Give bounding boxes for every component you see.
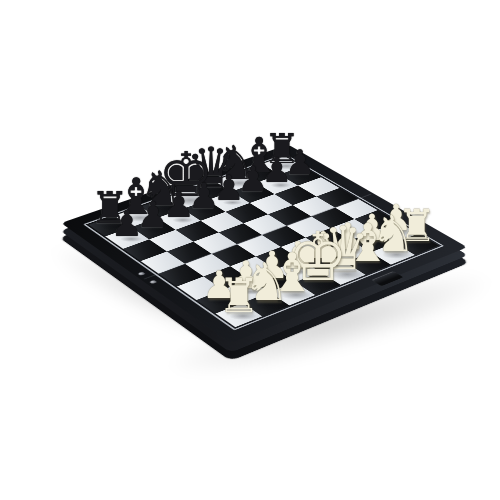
hinge-pin-icon bbox=[137, 272, 146, 276]
scene bbox=[0, 0, 500, 500]
product-photo: ♜♝♞♛♚♞♝♜♟♟♟♟♟♟♟♟♟♟♟♟♟♟♟♟♜♞♝♛♚♝♞♜ bbox=[0, 0, 500, 500]
hinge-pin-icon bbox=[149, 280, 158, 284]
board-grid bbox=[89, 156, 439, 327]
chess-board bbox=[61, 144, 467, 343]
board-case-top bbox=[61, 144, 467, 343]
